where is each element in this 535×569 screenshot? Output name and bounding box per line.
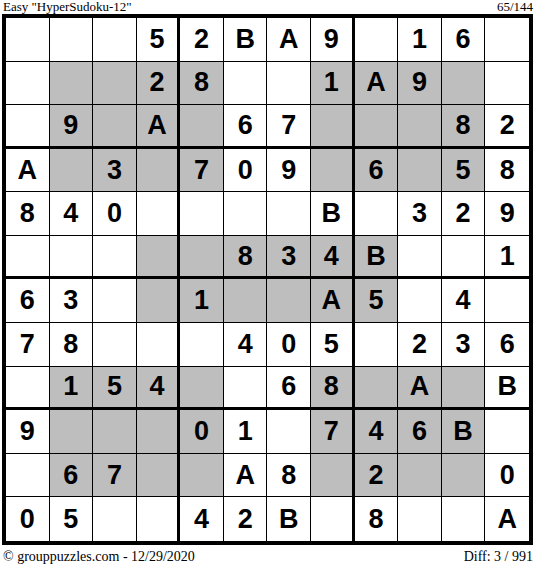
cell-r11c8-empty[interactable] bbox=[311, 454, 355, 498]
cell-r7c5-given: 1 bbox=[180, 279, 224, 323]
cell-r9c11-empty[interactable] bbox=[442, 367, 486, 411]
cell-r12c7-given: B bbox=[267, 497, 311, 541]
cell-r3c7-given: 7 bbox=[267, 105, 311, 149]
cell-r6c7-given: 3 bbox=[267, 236, 311, 280]
cell-r11c5-empty[interactable] bbox=[180, 454, 224, 498]
cell-r8c8-given: 5 bbox=[311, 323, 355, 367]
cell-r6c10-empty[interactable] bbox=[398, 236, 442, 280]
cell-r11c2-given: 6 bbox=[50, 454, 94, 498]
cell-r10c1-given: 9 bbox=[6, 410, 50, 454]
cell-r10c2-empty[interactable] bbox=[50, 410, 94, 454]
cell-r12c8-empty[interactable] bbox=[311, 497, 355, 541]
cell-r10c7-empty[interactable] bbox=[267, 410, 311, 454]
cell-r3c1-empty[interactable] bbox=[6, 105, 50, 149]
cell-r4c7-given: 9 bbox=[267, 149, 311, 193]
cell-r12c9-given: 8 bbox=[355, 497, 399, 541]
cell-r8c2-given: 8 bbox=[50, 323, 94, 367]
sudoku-board: 52BA916281A99A6782A3709658840B329834B163… bbox=[2, 14, 533, 545]
cell-r7c6-empty[interactable] bbox=[224, 279, 268, 323]
cell-r6c12-given: 1 bbox=[485, 236, 529, 280]
page-footer: © grouppuzzles.com - 12/29/2020 Diff: 3 … bbox=[3, 549, 533, 565]
cell-r2c3-empty[interactable] bbox=[93, 62, 137, 106]
cell-r9c6-empty[interactable] bbox=[224, 367, 268, 411]
cell-r4c2-empty[interactable] bbox=[50, 149, 94, 193]
cell-r3c4-given: A bbox=[137, 105, 181, 149]
cell-r1c9-empty[interactable] bbox=[355, 18, 399, 62]
page-header: Easy "HyperSudoku-12" 65/144 bbox=[3, 0, 533, 13]
cell-r10c5-given: 0 bbox=[180, 410, 224, 454]
cell-r9c5-empty[interactable] bbox=[180, 367, 224, 411]
cell-r5c1-given: 8 bbox=[6, 192, 50, 236]
cell-r4c9-given: 6 bbox=[355, 149, 399, 193]
cell-r5c6-empty[interactable] bbox=[224, 192, 268, 236]
cell-r1c3-empty[interactable] bbox=[93, 18, 137, 62]
cell-r11c7-given: 8 bbox=[267, 454, 311, 498]
cell-r11c9-given: 2 bbox=[355, 454, 399, 498]
cell-r11c3-given: 7 bbox=[93, 454, 137, 498]
cell-r4c11-given: 5 bbox=[442, 149, 486, 193]
cell-r2c6-empty[interactable] bbox=[224, 62, 268, 106]
cell-r8c3-empty[interactable] bbox=[93, 323, 137, 367]
cell-r2c11-empty[interactable] bbox=[442, 62, 486, 106]
cell-r9c4-given: 4 bbox=[137, 367, 181, 411]
cell-r2c4-given: 2 bbox=[137, 62, 181, 106]
cell-r5c7-empty[interactable] bbox=[267, 192, 311, 236]
cell-r3c6-given: 6 bbox=[224, 105, 268, 149]
cell-r9c1-empty[interactable] bbox=[6, 367, 50, 411]
cell-r5c5-empty[interactable] bbox=[180, 192, 224, 236]
cell-r1c6-given: B bbox=[224, 18, 268, 62]
cell-r7c10-empty[interactable] bbox=[398, 279, 442, 323]
cell-r2c8-given: 1 bbox=[311, 62, 355, 106]
cell-r8c6-given: 4 bbox=[224, 323, 268, 367]
cell-r1c4-given: 5 bbox=[137, 18, 181, 62]
cell-r4c3-given: 3 bbox=[93, 149, 137, 193]
cell-r2c2-empty[interactable] bbox=[50, 62, 94, 106]
cell-r4c10-empty[interactable] bbox=[398, 149, 442, 193]
cell-r7c3-empty[interactable] bbox=[93, 279, 137, 323]
cell-r6c8-given: 4 bbox=[311, 236, 355, 280]
cell-r4c8-empty[interactable] bbox=[311, 149, 355, 193]
cell-r7c11-given: 4 bbox=[442, 279, 486, 323]
cell-r3c12-given: 2 bbox=[485, 105, 529, 149]
cell-r9c10-given: A bbox=[398, 367, 442, 411]
cell-r7c4-empty[interactable] bbox=[137, 279, 181, 323]
cell-r10c9-given: 4 bbox=[355, 410, 399, 454]
cell-r6c9-given: B bbox=[355, 236, 399, 280]
cell-r10c3-empty[interactable] bbox=[93, 410, 137, 454]
cell-r1c5-given: 2 bbox=[180, 18, 224, 62]
cell-r11c10-empty[interactable] bbox=[398, 454, 442, 498]
cell-r1c12-empty[interactable] bbox=[485, 18, 529, 62]
copyright-text: © grouppuzzles.com - 12/29/2020 bbox=[3, 549, 195, 564]
cell-r5c3-given: 0 bbox=[93, 192, 137, 236]
cell-r6c4-empty[interactable] bbox=[137, 236, 181, 280]
cell-r4c5-given: 7 bbox=[180, 149, 224, 193]
cell-r5c12-given: 9 bbox=[485, 192, 529, 236]
cell-r10c4-empty[interactable] bbox=[137, 410, 181, 454]
cell-r1c2-empty[interactable] bbox=[50, 18, 94, 62]
cell-r8c9-empty[interactable] bbox=[355, 323, 399, 367]
cell-r11c11-empty[interactable] bbox=[442, 454, 486, 498]
cell-r2c5-given: 8 bbox=[180, 62, 224, 106]
cell-r11c6-given: A bbox=[224, 454, 268, 498]
cell-r5c8-given: B bbox=[311, 192, 355, 236]
cell-r5c4-empty[interactable] bbox=[137, 192, 181, 236]
cell-r7c2-given: 3 bbox=[50, 279, 94, 323]
cell-r5c10-given: 3 bbox=[398, 192, 442, 236]
cell-r9c3-given: 5 bbox=[93, 367, 137, 411]
cell-r5c11-given: 2 bbox=[442, 192, 486, 236]
puzzle-title: Easy "HyperSudoku-12" bbox=[3, 0, 132, 13]
cell-r8c10-given: 2 bbox=[398, 323, 442, 367]
cell-r2c1-empty[interactable] bbox=[6, 62, 50, 106]
cell-r10c12-empty[interactable] bbox=[485, 410, 529, 454]
cell-r1c1-empty[interactable] bbox=[6, 18, 50, 62]
cell-r9c2-given: 1 bbox=[50, 367, 94, 411]
cell-r6c1-empty[interactable] bbox=[6, 236, 50, 280]
cell-r10c10-given: 6 bbox=[398, 410, 442, 454]
cell-r8c5-empty[interactable] bbox=[180, 323, 224, 367]
cell-r7c8-given: A bbox=[311, 279, 355, 323]
cell-r8c12-given: 6 bbox=[485, 323, 529, 367]
cell-r4c6-given: 0 bbox=[224, 149, 268, 193]
cell-r12c3-empty[interactable] bbox=[93, 497, 137, 541]
cell-r12c5-given: 4 bbox=[180, 497, 224, 541]
cell-r2c10-given: 9 bbox=[398, 62, 442, 106]
cell-r3c11-given: 8 bbox=[442, 105, 486, 149]
cell-r6c6-given: 8 bbox=[224, 236, 268, 280]
cell-r6c2-empty[interactable] bbox=[50, 236, 94, 280]
cell-r7c12-empty[interactable] bbox=[485, 279, 529, 323]
cell-r7c7-empty[interactable] bbox=[267, 279, 311, 323]
cell-r9c9-empty[interactable] bbox=[355, 367, 399, 411]
cell-r9c7-given: 6 bbox=[267, 367, 311, 411]
cell-r12c12-given: A bbox=[485, 497, 529, 541]
cell-r9c8-given: 8 bbox=[311, 367, 355, 411]
cell-r3c10-empty[interactable] bbox=[398, 105, 442, 149]
cell-r12c2-given: 5 bbox=[50, 497, 94, 541]
cell-r10c8-given: 7 bbox=[311, 410, 355, 454]
cell-r11c1-empty[interactable] bbox=[6, 454, 50, 498]
cell-r3c2-given: 9 bbox=[50, 105, 94, 149]
cell-r2c7-empty[interactable] bbox=[267, 62, 311, 106]
cell-r1c7-given: A bbox=[267, 18, 311, 62]
cell-r12c10-empty[interactable] bbox=[398, 497, 442, 541]
cell-r4c12-given: 8 bbox=[485, 149, 529, 193]
cell-r10c11-given: B bbox=[442, 410, 486, 454]
cell-r7c9-given: 5 bbox=[355, 279, 399, 323]
cell-r12c1-given: 0 bbox=[6, 497, 50, 541]
cell-r5c2-given: 4 bbox=[50, 192, 94, 236]
cell-r3c5-empty[interactable] bbox=[180, 105, 224, 149]
cell-r12c6-given: 2 bbox=[224, 497, 268, 541]
cell-r2c9-given: A bbox=[355, 62, 399, 106]
cell-r6c5-empty[interactable] bbox=[180, 236, 224, 280]
empty-cell-counter: 65/144 bbox=[497, 0, 533, 13]
cell-r1c8-given: 9 bbox=[311, 18, 355, 62]
cell-r3c8-empty[interactable] bbox=[311, 105, 355, 149]
cell-r11c12-given: 0 bbox=[485, 454, 529, 498]
cell-r10c6-given: 1 bbox=[224, 410, 268, 454]
cell-r8c11-given: 3 bbox=[442, 323, 486, 367]
cell-r6c3-empty[interactable] bbox=[93, 236, 137, 280]
cell-r3c9-empty[interactable] bbox=[355, 105, 399, 149]
cell-r2c12-empty[interactable] bbox=[485, 62, 529, 106]
cell-r12c11-empty[interactable] bbox=[442, 497, 486, 541]
cell-r7c1-given: 6 bbox=[6, 279, 50, 323]
cell-r4c4-empty[interactable] bbox=[137, 149, 181, 193]
cell-r4c1-given: A bbox=[6, 149, 50, 193]
cell-r1c11-given: 6 bbox=[442, 18, 486, 62]
cell-r5c9-empty[interactable] bbox=[355, 192, 399, 236]
cell-r1c10-given: 1 bbox=[398, 18, 442, 62]
cell-r6c11-empty[interactable] bbox=[442, 236, 486, 280]
cell-r9c12-given: B bbox=[485, 367, 529, 411]
cell-r8c1-given: 7 bbox=[6, 323, 50, 367]
cell-r8c4-empty[interactable] bbox=[137, 323, 181, 367]
cell-r8c7-given: 0 bbox=[267, 323, 311, 367]
cell-r3c3-empty[interactable] bbox=[93, 105, 137, 149]
difficulty-text: Diff: 3 / 991 bbox=[464, 549, 533, 564]
cell-r12c4-empty[interactable] bbox=[137, 497, 181, 541]
cell-r11c4-empty[interactable] bbox=[137, 454, 181, 498]
